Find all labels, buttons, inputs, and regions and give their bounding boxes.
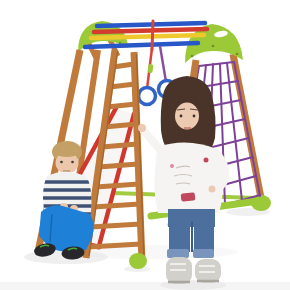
boy-eye-left [60,161,63,164]
girl-jeans-leg-left [169,222,190,252]
ladder-foot-cap [129,253,147,269]
play-gym-scene [0,0,290,290]
girl-jeans-leg-right [194,222,214,252]
girl-shoe-right [195,259,221,283]
strap-wrap [152,21,153,50]
girl-eye-left [180,115,183,118]
girl-shirt-dot [170,164,174,168]
girl-hand-on-ladder [138,124,146,132]
girl-jeans-cuff-left [167,249,189,258]
boy-eye-right [71,161,74,164]
monkey-bar-blue-rear [97,23,205,26]
monkey-bar-red [94,29,207,32]
boy-fringe [53,143,81,157]
girl-hand-on-hip [209,186,216,193]
monkey-bar-yellow [91,35,204,38]
product-photo [0,0,290,290]
girl-eye-right [193,115,196,118]
girl-jeans-cuff-right [193,249,214,258]
girl-shirt-print-patch [181,192,196,201]
girl-shirt-badge [204,158,209,163]
